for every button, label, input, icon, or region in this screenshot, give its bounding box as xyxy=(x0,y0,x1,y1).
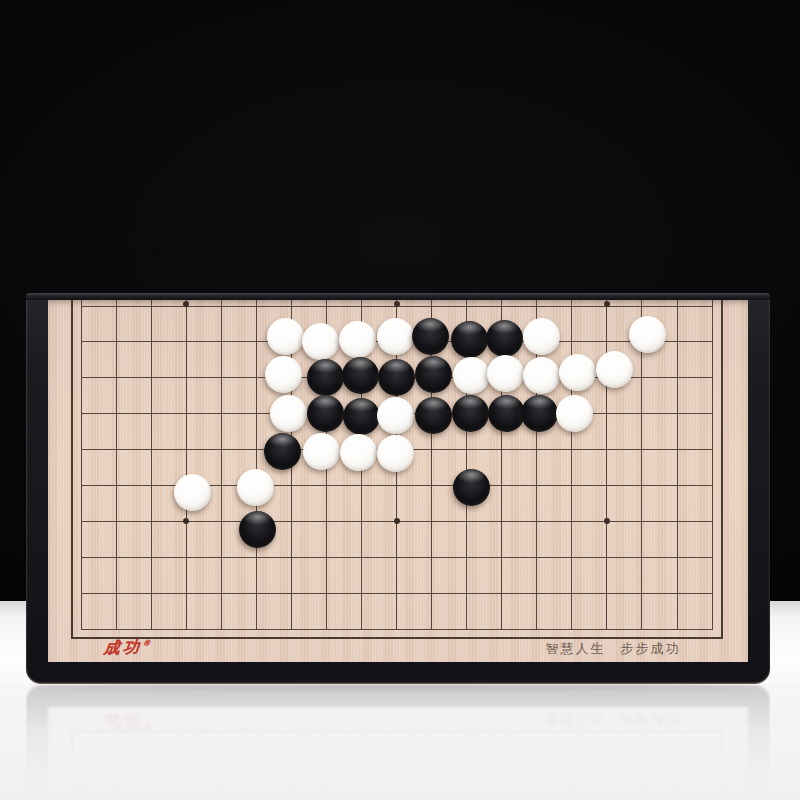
grid-line-horizontal xyxy=(81,593,713,594)
grid-line-vertical xyxy=(571,300,572,630)
reflection-fade xyxy=(0,684,800,800)
slogan-text: 智慧人生 步步成功 xyxy=(546,640,681,658)
go-board: 成功® 智慧人生 步步成功 xyxy=(26,293,770,684)
black-stone xyxy=(307,359,344,396)
grid-line-vertical xyxy=(712,300,713,630)
white-stone xyxy=(267,318,304,355)
star-point xyxy=(394,301,400,307)
black-stone xyxy=(239,511,276,548)
black-stone xyxy=(264,433,301,470)
grid-line-vertical xyxy=(677,300,678,630)
white-stone xyxy=(377,435,414,472)
white-stone xyxy=(270,395,307,432)
black-stone xyxy=(343,398,380,435)
star-point xyxy=(394,518,400,524)
grid-line-vertical xyxy=(81,300,82,630)
brand-logo: 成功® xyxy=(103,636,186,660)
grid-line-vertical xyxy=(116,300,117,630)
grid-line-vertical xyxy=(186,300,187,630)
black-stone xyxy=(307,395,344,432)
registered-mark: ® xyxy=(142,638,151,647)
brand-label: 成功 xyxy=(103,637,143,657)
grid-line-vertical xyxy=(606,300,607,630)
star-point xyxy=(604,301,610,307)
grid-line-vertical xyxy=(151,300,152,630)
white-stone xyxy=(340,434,377,471)
white-stone xyxy=(377,397,414,434)
white-stone xyxy=(174,474,211,511)
grid-line-vertical xyxy=(221,300,222,630)
grid-line-vertical xyxy=(256,300,257,630)
grid-line-horizontal xyxy=(81,629,713,630)
black-stone xyxy=(453,469,490,506)
board-fold-hinge-edge xyxy=(26,293,770,300)
grid-line-horizontal xyxy=(81,557,713,558)
black-stone xyxy=(342,357,379,394)
black-stone xyxy=(415,397,452,434)
white-stone xyxy=(303,433,340,470)
white-stone xyxy=(302,323,339,360)
white-stone xyxy=(237,469,274,506)
white-stone xyxy=(265,356,302,393)
